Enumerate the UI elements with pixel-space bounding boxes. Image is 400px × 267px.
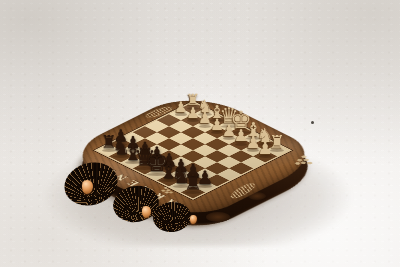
product-photo-scene: ARMENIA ♜♟♞♟♝♟♛♟♚♟♝♟♟♞♜♟♟♜♞♟♟♝♟♛♟♚♟♝♟♞♟♜ — [0, 0, 400, 267]
pieces-layer: ♜♟♞♟♝♟♛♟♚♟♝♟♟♞♜♟♟♜♞♟♟♝♟♛♟♚♟♝♟♞♟♜ — [0, 0, 400, 267]
black-rook-h8[interactable]: ♜ — [183, 172, 204, 193]
white-pawn-h2[interactable]: ♟ — [257, 140, 274, 157]
